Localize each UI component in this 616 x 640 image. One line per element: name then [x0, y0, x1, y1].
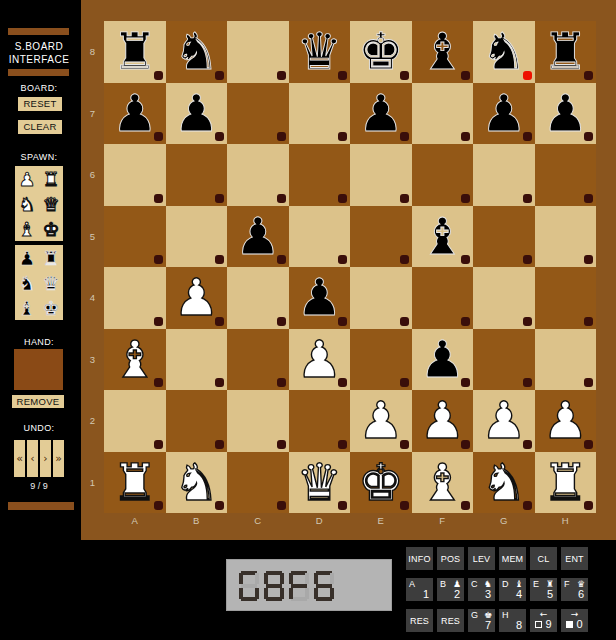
- square-led: [584, 194, 593, 203]
- square-f1[interactable]: ♝: [412, 452, 474, 514]
- piece-white-bishop[interactable]: ♝: [419, 457, 465, 508]
- piece-black-pawn[interactable]: ♟: [112, 88, 158, 139]
- square-led-active: [523, 71, 532, 80]
- rank-labels: 87654321: [81, 21, 104, 513]
- chess-board: 87654321 ♜♞♛♚♝♞♜♟♟♟♟♟♟♝♟♟♝♟♟♟♟♟♟♜♞♛♚♝♞♜ …: [81, 0, 616, 540]
- piece-black-pawn[interactable]: ♟: [173, 88, 219, 139]
- square-c3[interactable]: [227, 329, 289, 391]
- square-led: [338, 501, 347, 510]
- key-ent[interactable]: ENT: [561, 547, 588, 570]
- segment-B: [305, 573, 309, 584]
- hand-section-label: HAND:: [0, 337, 78, 347]
- file-label-f: F: [412, 515, 474, 526]
- square-a5[interactable]: [104, 206, 166, 268]
- square-led: [215, 194, 224, 203]
- square-led: [584, 440, 593, 449]
- square-a3[interactable]: ♝: [104, 329, 166, 391]
- seven-segment-display: [226, 559, 392, 611]
- key-digit: 8: [516, 619, 522, 631]
- segment-F: [264, 573, 268, 584]
- remove-button[interactable]: REMOVE: [12, 395, 64, 408]
- square-led: [277, 132, 286, 141]
- square-led: [338, 255, 347, 264]
- square-d3[interactable]: ♟: [289, 329, 351, 391]
- spawn-white-queen[interactable]: ♛: [39, 191, 63, 216]
- key-digit: 9: [545, 618, 551, 630]
- segment-D: [266, 597, 282, 601]
- square-h1[interactable]: ♜: [535, 452, 597, 514]
- spawn-black-queen[interactable]: ♛: [39, 270, 63, 295]
- segment-D: [241, 597, 257, 601]
- file-label-g: G: [473, 515, 535, 526]
- square-led: [400, 440, 409, 449]
- square-d6[interactable]: [289, 144, 351, 206]
- piece-black-bishop[interactable]: ♝: [419, 26, 465, 77]
- square-led: [461, 501, 470, 510]
- square-c8[interactable]: [227, 21, 289, 83]
- piece-black-knight[interactable]: ♞: [173, 26, 219, 77]
- square-led: [400, 132, 409, 141]
- square-led: [277, 378, 286, 387]
- spawn-black-rook[interactable]: ♜: [39, 245, 63, 270]
- key-mem[interactable]: MEM: [499, 547, 526, 570]
- spawn-black-bishop[interactable]: ♝: [15, 295, 39, 320]
- board-section-label: BOARD:: [0, 83, 78, 93]
- display-digit-3: [289, 571, 309, 601]
- piece-white-pawn[interactable]: ♟: [296, 334, 342, 385]
- square-led: [400, 194, 409, 203]
- square-led: [461, 440, 470, 449]
- key-letter: F: [564, 579, 570, 589]
- square-led: [215, 440, 224, 449]
- rank-label-8: 8: [81, 21, 104, 83]
- file-labels: ABCDEFGH: [104, 515, 596, 526]
- piece-black-pawn[interactable]: ♟: [358, 88, 404, 139]
- square-d2[interactable]: [289, 390, 351, 452]
- key-e5[interactable]: E♜5: [530, 578, 557, 601]
- segment-G: [241, 584, 257, 588]
- spawn-white-knight[interactable]: ♞: [15, 191, 39, 216]
- square-c2[interactable]: [227, 390, 289, 452]
- square-g7[interactable]: ♟: [473, 83, 535, 145]
- square-b2[interactable]: [166, 390, 228, 452]
- square-a6[interactable]: [104, 144, 166, 206]
- square-d5[interactable]: [289, 206, 351, 268]
- square-led: [461, 194, 470, 203]
- square-b5[interactable]: [166, 206, 228, 268]
- piece-black-pawn[interactable]: ♟: [481, 88, 527, 139]
- key-digit: 0: [576, 618, 582, 630]
- clear-button[interactable]: CLEAR: [18, 120, 62, 134]
- square-led: [277, 71, 286, 80]
- square-led: [215, 71, 224, 80]
- key-bottom-group: 9: [530, 618, 557, 630]
- key-label: LEV: [468, 547, 495, 570]
- piece-white-pawn[interactable]: ♟: [542, 395, 588, 446]
- square-led: [338, 440, 347, 449]
- square-b4[interactable]: ♟: [166, 267, 228, 329]
- piece-black-rook[interactable]: ♜: [112, 26, 158, 77]
- square-led: [215, 501, 224, 510]
- spawn-panel-white: ♟♜♞♛♝♚: [15, 166, 63, 241]
- square-d4[interactable]: ♟: [289, 267, 351, 329]
- file-label-c: C: [227, 515, 289, 526]
- square-g6[interactable]: [473, 144, 535, 206]
- piece-white-pawn[interactable]: ♟: [481, 395, 527, 446]
- segment-E: [314, 588, 318, 599]
- square-led: [338, 132, 347, 141]
- square-led: [461, 132, 470, 141]
- key-a1[interactable]: A1: [406, 578, 433, 601]
- square-a1[interactable]: ♜: [104, 452, 166, 514]
- outline-square-icon: [535, 621, 542, 628]
- square-led: [461, 378, 470, 387]
- spawn-white-king[interactable]: ♚: [39, 216, 63, 241]
- segment-D: [316, 597, 332, 601]
- square-led: [400, 71, 409, 80]
- square-h2[interactable]: ♟: [535, 390, 597, 452]
- rank-label-4: 4: [81, 267, 104, 329]
- key-label: RES: [406, 609, 433, 632]
- square-led: [154, 440, 163, 449]
- key-9[interactable]: ←9: [530, 609, 557, 632]
- key-letter: B: [440, 579, 446, 589]
- key-label: MEM: [499, 547, 526, 570]
- square-led: [461, 71, 470, 80]
- square-f8[interactable]: ♝: [412, 21, 474, 83]
- display-digit-2: [264, 571, 284, 601]
- square-led: [584, 132, 593, 141]
- key-res-2[interactable]: RES: [437, 609, 464, 632]
- square-f2[interactable]: ♟: [412, 390, 474, 452]
- square-c4[interactable]: [227, 267, 289, 329]
- piece-white-queen[interactable]: ♛: [296, 457, 342, 508]
- square-d8[interactable]: ♛: [289, 21, 351, 83]
- square-led: [400, 317, 409, 326]
- square-g1[interactable]: ♞: [473, 452, 535, 514]
- keypad: INFOPOSLEVMEMCLENTA1B♟2C♞3D♝4E♜5F♛6RESRE…: [406, 547, 591, 637]
- key-cl[interactable]: CL: [530, 547, 557, 570]
- square-led: [523, 440, 532, 449]
- spawn-white-bishop[interactable]: ♝: [15, 216, 39, 241]
- square-led: [215, 255, 224, 264]
- piece-black-queen[interactable]: ♛: [296, 26, 342, 77]
- app-title-line1: S.BOARD: [0, 40, 78, 53]
- square-a7[interactable]: ♟: [104, 83, 166, 145]
- segment-B: [255, 573, 259, 584]
- square-led: [277, 501, 286, 510]
- rank-label-6: 6: [81, 144, 104, 206]
- square-led: [523, 255, 532, 264]
- sidebar: S.BOARD INTERFACE BOARD: RESET CLEAR SPA…: [0, 0, 81, 640]
- square-e8[interactable]: ♚: [350, 21, 412, 83]
- app-title-line2: INTERFACE: [0, 53, 78, 66]
- square-led: [277, 317, 286, 326]
- key-digit: 6: [578, 588, 584, 600]
- key-letter: E: [533, 579, 539, 589]
- key-label: INFO: [406, 547, 433, 570]
- key-letter: G: [471, 610, 478, 620]
- segment-E: [264, 588, 268, 599]
- key-info[interactable]: INFO: [406, 547, 433, 570]
- key-letter: A: [409, 579, 415, 589]
- square-led: [338, 71, 347, 80]
- segment-D: [291, 597, 307, 601]
- rank-label-7: 7: [81, 83, 104, 145]
- piece-white-rook[interactable]: ♜: [542, 457, 588, 508]
- square-c1[interactable]: [227, 452, 289, 514]
- square-led: [154, 317, 163, 326]
- square-e5[interactable]: [350, 206, 412, 268]
- piece-black-pawn[interactable]: ♟: [235, 211, 281, 262]
- piece-black-king[interactable]: ♚: [358, 26, 404, 77]
- app-title: S.BOARD INTERFACE: [0, 40, 78, 66]
- square-led: [461, 255, 470, 264]
- square-h8[interactable]: ♜: [535, 21, 597, 83]
- key-label: RES: [437, 609, 464, 632]
- spawn-white-pawn[interactable]: ♟: [15, 166, 39, 191]
- square-led: [523, 501, 532, 510]
- undo-section-label: UNDO:: [0, 423, 78, 433]
- key-label: ENT: [561, 547, 588, 570]
- piece-white-king[interactable]: ♚: [358, 457, 404, 508]
- filled-square-icon: [566, 621, 573, 628]
- square-led: [400, 501, 409, 510]
- square-b3[interactable]: [166, 329, 228, 391]
- display-digit-4: [314, 571, 334, 601]
- spawn-panel-black: ♟♜♞♛♝♚: [15, 245, 63, 320]
- square-led: [461, 317, 470, 326]
- square-b7[interactable]: ♟: [166, 83, 228, 145]
- square-b1[interactable]: ♞: [166, 452, 228, 514]
- square-c5[interactable]: ♟: [227, 206, 289, 268]
- rank-label-1: 1: [81, 452, 104, 514]
- file-label-d: D: [289, 515, 351, 526]
- square-led: [584, 378, 593, 387]
- key-0[interactable]: →0: [561, 609, 588, 632]
- key-digit: 3: [485, 588, 491, 600]
- square-g5[interactable]: [473, 206, 535, 268]
- square-a8[interactable]: ♜: [104, 21, 166, 83]
- piece-white-pawn[interactable]: ♟: [358, 395, 404, 446]
- rank-label-3: 3: [81, 329, 104, 391]
- spawn-section-label: SPAWN:: [0, 152, 78, 162]
- square-h7[interactable]: ♟: [535, 83, 597, 145]
- key-h8[interactable]: H8: [499, 609, 526, 632]
- piece-black-pawn[interactable]: ♟: [296, 272, 342, 323]
- square-f4[interactable]: [412, 267, 474, 329]
- square-c7[interactable]: [227, 83, 289, 145]
- file-label-e: E: [350, 515, 412, 526]
- piece-black-knight[interactable]: ♞: [481, 26, 527, 77]
- piece-black-bishop[interactable]: ♝: [419, 211, 465, 262]
- square-f7[interactable]: [412, 83, 474, 145]
- piece-white-pawn[interactable]: ♟: [419, 395, 465, 446]
- key-letter: D: [502, 579, 509, 589]
- segment-F: [239, 573, 243, 584]
- key-lev[interactable]: LEV: [468, 547, 495, 570]
- piece-black-rook[interactable]: ♜: [542, 26, 588, 77]
- square-led: [277, 194, 286, 203]
- piece-white-knight[interactable]: ♞: [481, 457, 527, 508]
- segment-E: [239, 588, 243, 599]
- square-a2[interactable]: [104, 390, 166, 452]
- square-led: [277, 440, 286, 449]
- square-d1[interactable]: ♛: [289, 452, 351, 514]
- file-label-a: A: [104, 515, 166, 526]
- square-led: [215, 132, 224, 141]
- piece-white-rook[interactable]: ♜: [112, 457, 158, 508]
- square-led: [154, 194, 163, 203]
- segment-F: [289, 573, 293, 584]
- square-g4[interactable]: [473, 267, 535, 329]
- square-a4[interactable]: [104, 267, 166, 329]
- square-e7[interactable]: ♟: [350, 83, 412, 145]
- piece-white-pawn[interactable]: ♟: [173, 272, 219, 323]
- piece-black-pawn[interactable]: ♟: [419, 334, 465, 385]
- undo-start-button[interactable]: «: [14, 440, 25, 477]
- square-h5[interactable]: [535, 206, 597, 268]
- square-led: [523, 132, 532, 141]
- square-led: [277, 255, 286, 264]
- key-f6[interactable]: F♛6: [561, 578, 588, 601]
- rank-label-2: 2: [81, 390, 104, 452]
- square-led: [215, 378, 224, 387]
- segment-E: [289, 588, 293, 599]
- square-f6[interactable]: [412, 144, 474, 206]
- key-digit: 5: [547, 588, 553, 600]
- spawn-white-rook[interactable]: ♜: [39, 166, 63, 191]
- key-digit: 1: [423, 588, 429, 600]
- square-led: [523, 194, 532, 203]
- segment-G: [316, 584, 332, 588]
- undo-back-button[interactable]: ‹: [27, 440, 38, 477]
- key-label: CL: [530, 547, 557, 570]
- key-digit: 7: [485, 619, 491, 631]
- display-digit-1: [239, 571, 259, 601]
- square-c6[interactable]: [227, 144, 289, 206]
- key-digit: 2: [454, 588, 460, 600]
- board-squares: ♜♞♛♚♝♞♜♟♟♟♟♟♟♝♟♟♝♟♟♟♟♟♟♜♞♛♚♝♞♜: [104, 21, 596, 513]
- square-g3[interactable]: [473, 329, 535, 391]
- key-g7[interactable]: G♚7: [468, 609, 495, 632]
- square-led: [400, 255, 409, 264]
- square-g8[interactable]: ♞: [473, 21, 535, 83]
- key-b2[interactable]: B♟2: [437, 578, 464, 601]
- key-label: POS: [437, 547, 464, 570]
- undo-controls: «‹›»: [14, 440, 64, 477]
- segment-G: [266, 584, 282, 588]
- square-led: [338, 378, 347, 387]
- key-pos[interactable]: POS: [437, 547, 464, 570]
- segment-B: [280, 573, 284, 584]
- square-f5[interactable]: ♝: [412, 206, 474, 268]
- accent-bar-second: [8, 69, 69, 76]
- square-led: [584, 317, 593, 326]
- file-label-b: B: [166, 515, 228, 526]
- square-led: [154, 132, 163, 141]
- piece-white-bishop[interactable]: ♝: [112, 334, 158, 385]
- key-letter: C: [471, 579, 478, 589]
- square-led: [154, 378, 163, 387]
- spawn-black-pawn[interactable]: ♟: [15, 245, 39, 270]
- key-bottom-group: 0: [561, 618, 588, 630]
- undo-forward-button[interactable]: ›: [40, 440, 51, 477]
- square-b6[interactable]: [166, 144, 228, 206]
- piece-white-knight[interactable]: ♞: [173, 457, 219, 508]
- hand-slot[interactable]: [14, 349, 63, 390]
- segment-G: [291, 584, 307, 588]
- square-led: [584, 71, 593, 80]
- segment-F: [314, 573, 318, 584]
- piece-black-pawn[interactable]: ♟: [542, 88, 588, 139]
- square-e2[interactable]: ♟: [350, 390, 412, 452]
- spawn-black-knight[interactable]: ♞: [15, 270, 39, 295]
- key-letter: H: [502, 610, 509, 620]
- square-b8[interactable]: ♞: [166, 21, 228, 83]
- segment-B: [330, 573, 334, 584]
- key-digit: 4: [516, 588, 522, 600]
- square-led: [338, 194, 347, 203]
- square-h4[interactable]: [535, 267, 597, 329]
- key-c3[interactable]: C♞3: [468, 578, 495, 601]
- square-h3[interactable]: [535, 329, 597, 391]
- accent-bar-bottom: [8, 502, 74, 510]
- square-led: [338, 317, 347, 326]
- square-led: [523, 317, 532, 326]
- chess-computer-app: S.BOARD INTERFACE BOARD: RESET CLEAR SPA…: [0, 0, 616, 640]
- square-led: [215, 317, 224, 326]
- key-res-1[interactable]: RES: [406, 609, 433, 632]
- square-g2[interactable]: ♟: [473, 390, 535, 452]
- square-e3[interactable]: [350, 329, 412, 391]
- square-e4[interactable]: [350, 267, 412, 329]
- file-label-h: H: [535, 515, 597, 526]
- reset-button[interactable]: RESET: [18, 97, 62, 111]
- square-led: [154, 501, 163, 510]
- accent-bar-top: [8, 28, 69, 35]
- square-led: [584, 501, 593, 510]
- spawn-black-king[interactable]: ♚: [39, 295, 63, 320]
- rank-label-5: 5: [81, 206, 104, 268]
- undo-status: 9 / 9: [0, 481, 78, 491]
- square-led: [154, 255, 163, 264]
- square-led: [523, 378, 532, 387]
- square-led: [154, 71, 163, 80]
- square-f3[interactable]: ♟: [412, 329, 474, 391]
- undo-end-button[interactable]: »: [53, 440, 64, 477]
- square-h6[interactable]: [535, 144, 597, 206]
- square-e1[interactable]: ♚: [350, 452, 412, 514]
- square-led: [400, 378, 409, 387]
- square-led: [584, 255, 593, 264]
- square-d7[interactable]: [289, 83, 351, 145]
- square-e6[interactable]: [350, 144, 412, 206]
- key-d4[interactable]: D♝4: [499, 578, 526, 601]
